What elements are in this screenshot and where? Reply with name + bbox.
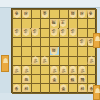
piece-kanji: 歩 xyxy=(43,59,47,64)
sente-piece-stand[interactable] xyxy=(1,55,9,72)
piece-kanji: 桂 xyxy=(80,87,84,92)
piece-kanji: 歩 xyxy=(34,59,38,64)
hoshi-dot xyxy=(68,28,69,29)
piece-kanji: 桂 xyxy=(24,10,28,15)
grid-line-h xyxy=(12,37,96,38)
piece-kanji: 銀 xyxy=(71,10,75,15)
grid-line-v xyxy=(49,9,50,93)
piece-kanji: 銀 xyxy=(71,77,75,82)
piece-kanji: 歩 xyxy=(80,68,84,73)
piece-kanji: 歩 xyxy=(24,28,28,33)
sente-r-piece-2h[interactable]: 飛 xyxy=(78,75,86,83)
piece-kanji: 歩 xyxy=(15,68,19,73)
sente-s-piece-3h[interactable]: 銀 xyxy=(69,75,77,83)
piece-kanji: 歩 xyxy=(71,28,75,33)
sente-p-piece-4g[interactable]: 歩 xyxy=(59,66,67,74)
grid-line-v xyxy=(40,9,41,93)
grid-line-v xyxy=(31,9,32,93)
piece-kanji: 金 xyxy=(52,77,56,82)
piece-kanji: 飛 xyxy=(52,19,56,24)
gote-l-piece-1a[interactable]: 香 xyxy=(87,10,95,18)
gote-r-piece-5b[interactable]: 飛 xyxy=(50,19,58,27)
piece-kanji: 歩 xyxy=(24,68,28,73)
sente-g-piece-5h[interactable]: 金 xyxy=(50,75,58,83)
grid-line-v xyxy=(21,9,22,93)
sente-g-piece-4i[interactable]: 金 xyxy=(59,84,67,92)
piece-kanji: 歩 xyxy=(61,68,65,73)
piece-kanji: 金 xyxy=(61,87,65,92)
sente-p-piece-3g[interactable]: 歩 xyxy=(69,66,77,74)
piece-kanji: 歩 xyxy=(89,59,93,64)
piece-kanji: 香 xyxy=(15,87,19,92)
sente-p-piece-2g[interactable]: 歩 xyxy=(78,66,86,74)
piece-kanji: 歩 xyxy=(71,68,75,73)
piece-kanji: 銀 xyxy=(52,47,56,52)
sente-b-piece-8h[interactable]: 角 xyxy=(22,75,30,83)
sente-p-piece-1f[interactable]: 歩 xyxy=(87,56,95,64)
piece-kanji: 歩 xyxy=(34,28,38,33)
piece-kanji: 角 xyxy=(24,77,28,82)
sente-p-piece-7f[interactable]: 歩 xyxy=(31,56,39,64)
grid-line-v xyxy=(77,9,78,93)
sente-p-piece-8g[interactable]: 歩 xyxy=(22,66,30,74)
sente-p-piece-9g[interactable]: 歩 xyxy=(13,66,21,74)
gote-n-piece-8a[interactable]: 桂 xyxy=(22,10,30,18)
gote-p-piece-8c[interactable]: 歩 xyxy=(22,28,30,36)
sente-p-piece-6f[interactable]: 歩 xyxy=(41,56,49,64)
shogi-board[interactable]: 香桂金銀桂香飛王歩歩歩歩歩歩歩歩銀歩歩歩歩歩歩歩歩歩角金銀飛香桂金桂香 xyxy=(11,8,96,93)
gote-piece-stand[interactable] xyxy=(93,33,100,48)
gote-l-piece-9a[interactable]: 香 xyxy=(13,10,21,18)
piece-kanji: 金 xyxy=(43,10,47,15)
piece-kanji: 王 xyxy=(61,19,65,24)
piece-kanji: 歩 xyxy=(52,68,56,73)
gote-k-piece-4b[interactable]: 王 xyxy=(59,19,67,27)
sente-l-piece-9i[interactable]: 香 xyxy=(13,84,21,92)
grid-line-v xyxy=(12,9,13,93)
sente-p-piece-5g[interactable]: 歩 xyxy=(50,66,58,74)
piece-kanji: 歩 xyxy=(52,28,56,33)
captured-piece[interactable] xyxy=(95,88,100,93)
grid-line-v xyxy=(87,9,88,93)
piece-kanji: 香 xyxy=(15,10,19,15)
piece-kanji: 歩 xyxy=(15,28,19,33)
gote-g-piece-6a[interactable]: 金 xyxy=(41,10,49,18)
captured-piece[interactable] xyxy=(3,58,8,63)
grid-line-h xyxy=(12,56,96,57)
grid-line-h xyxy=(12,93,96,94)
grid-line-h xyxy=(12,9,96,10)
bottom-bar xyxy=(0,93,100,100)
gote-s-piece-3a[interactable]: 銀 xyxy=(69,10,77,18)
gote-p-piece-9c[interactable]: 歩 xyxy=(13,28,21,36)
top-bar xyxy=(0,0,100,8)
piece-kanji: 歩 xyxy=(61,28,65,33)
gote-p-piece-4c[interactable]: 歩 xyxy=(59,28,67,36)
captured-piece[interactable] xyxy=(95,36,100,41)
piece-stand-extra[interactable] xyxy=(93,85,100,100)
app-frame: 香桂金銀桂香飛王歩歩歩歩歩歩歩歩銀歩歩歩歩歩歩歩歩歩角金銀飛香桂金桂香 xyxy=(0,0,100,100)
grid-line-v xyxy=(68,9,69,93)
grid-line-v xyxy=(96,9,97,93)
piece-kanji: 歩 xyxy=(80,38,84,43)
hoshi-dot xyxy=(40,56,41,57)
gote-p-piece-5c[interactable]: 歩 xyxy=(50,28,58,36)
piece-kanji: 桂 xyxy=(80,10,84,15)
gote-p-piece-2d[interactable]: 歩 xyxy=(78,38,86,46)
grid-line-h xyxy=(12,74,96,75)
grid-line-h xyxy=(12,83,96,84)
piece-kanji: 飛 xyxy=(80,77,84,82)
hoshi-dot xyxy=(40,28,41,29)
sente-n-piece-2i[interactable]: 桂 xyxy=(78,84,86,92)
sente-n-piece-8i[interactable]: 桂 xyxy=(22,84,30,92)
gote-p-piece-7c[interactable]: 歩 xyxy=(31,28,39,36)
gote-n-piece-2a[interactable]: 桂 xyxy=(78,10,86,18)
piece-kanji: 桂 xyxy=(24,87,28,92)
hoshi-dot xyxy=(68,56,69,57)
grid-line-h xyxy=(12,65,96,66)
piece-kanji: 香 xyxy=(89,10,93,15)
gote-p-piece-3c[interactable]: 歩 xyxy=(69,28,77,36)
